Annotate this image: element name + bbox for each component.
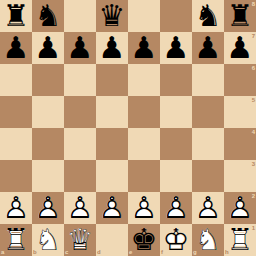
square-e1[interactable]: ♚e bbox=[128, 224, 160, 256]
square-e7[interactable]: ♟ bbox=[128, 32, 160, 64]
queen-glyph-outline: ♕ bbox=[64, 224, 96, 256]
square-e3[interactable] bbox=[128, 160, 160, 192]
square-h7[interactable]: ♟7 bbox=[224, 32, 256, 64]
pawn-glyph-outline: ♙ bbox=[0, 192, 32, 224]
piece-white-pawn[interactable]: ♟♙ bbox=[128, 192, 160, 224]
square-f2[interactable]: ♟♙ bbox=[160, 192, 192, 224]
square-g8[interactable]: ♞ bbox=[192, 0, 224, 32]
pawn-glyph: ♟ bbox=[96, 32, 128, 64]
square-c5[interactable] bbox=[64, 96, 96, 128]
square-a4[interactable] bbox=[0, 128, 32, 160]
square-f5[interactable] bbox=[160, 96, 192, 128]
pawn-glyph: ♟ bbox=[0, 32, 32, 64]
square-h3[interactable]: 3 bbox=[224, 160, 256, 192]
piece-black-pawn[interactable]: ♟ bbox=[128, 32, 160, 64]
piece-black-king[interactable]: ♚ bbox=[128, 224, 160, 256]
chess-board: ♜♞♛♞♜8♟♟♟♟♟♟♟♟76543♟♙♟♙♟♙♟♙♟♙♟♙♟♙♟♙2♜♖a♞… bbox=[0, 0, 256, 256]
knight-glyph-outline: ♘ bbox=[32, 224, 64, 256]
square-d5[interactable] bbox=[96, 96, 128, 128]
square-f1[interactable]: ♚♔f bbox=[160, 224, 192, 256]
pawn-glyph: ♟ bbox=[128, 32, 160, 64]
piece-black-rook[interactable]: ♜ bbox=[0, 0, 32, 32]
pawn-glyph-outline: ♙ bbox=[32, 192, 64, 224]
square-b2[interactable]: ♟♙ bbox=[32, 192, 64, 224]
square-h8[interactable]: ♜8 bbox=[224, 0, 256, 32]
square-b7[interactable]: ♟ bbox=[32, 32, 64, 64]
rank-coordinate-6: 6 bbox=[252, 65, 255, 71]
piece-white-pawn[interactable]: ♟♙ bbox=[32, 192, 64, 224]
knight-glyph-outline: ♘ bbox=[192, 224, 224, 256]
piece-white-knight[interactable]: ♞♘ bbox=[32, 224, 64, 256]
piece-white-pawn[interactable]: ♟♙ bbox=[224, 192, 256, 224]
piece-white-pawn[interactable]: ♟♙ bbox=[96, 192, 128, 224]
square-g6[interactable] bbox=[192, 64, 224, 96]
square-d2[interactable]: ♟♙ bbox=[96, 192, 128, 224]
piece-black-pawn[interactable]: ♟ bbox=[32, 32, 64, 64]
pawn-glyph-outline: ♙ bbox=[160, 192, 192, 224]
piece-white-rook[interactable]: ♜♖ bbox=[0, 224, 32, 256]
pawn-glyph: ♟ bbox=[224, 32, 256, 64]
pawn-glyph: ♟ bbox=[192, 32, 224, 64]
piece-white-pawn[interactable]: ♟♙ bbox=[192, 192, 224, 224]
square-d7[interactable]: ♟ bbox=[96, 32, 128, 64]
square-d1[interactable]: d bbox=[96, 224, 128, 256]
square-h5[interactable]: 5 bbox=[224, 96, 256, 128]
square-c1[interactable]: ♛♕c bbox=[64, 224, 96, 256]
king-glyph: ♚ bbox=[128, 224, 160, 256]
king-glyph-outline: ♔ bbox=[160, 224, 192, 256]
square-d4[interactable] bbox=[96, 128, 128, 160]
square-a8[interactable]: ♜ bbox=[0, 0, 32, 32]
square-g2[interactable]: ♟♙ bbox=[192, 192, 224, 224]
file-coordinate-d: d bbox=[97, 249, 101, 255]
pawn-glyph-outline: ♙ bbox=[96, 192, 128, 224]
square-g7[interactable]: ♟ bbox=[192, 32, 224, 64]
piece-black-pawn[interactable]: ♟ bbox=[160, 32, 192, 64]
rook-glyph-outline: ♖ bbox=[224, 224, 256, 256]
rook-glyph-outline: ♖ bbox=[0, 224, 32, 256]
square-a5[interactable] bbox=[0, 96, 32, 128]
square-c4[interactable] bbox=[64, 128, 96, 160]
pawn-glyph: ♟ bbox=[64, 32, 96, 64]
square-a6[interactable] bbox=[0, 64, 32, 96]
square-g1[interactable]: ♞♘g bbox=[192, 224, 224, 256]
piece-white-knight[interactable]: ♞♘ bbox=[192, 224, 224, 256]
square-e6[interactable] bbox=[128, 64, 160, 96]
piece-white-king[interactable]: ♚♔ bbox=[160, 224, 192, 256]
square-f7[interactable]: ♟ bbox=[160, 32, 192, 64]
square-b3[interactable] bbox=[32, 160, 64, 192]
square-h1[interactable]: ♜♖1h bbox=[224, 224, 256, 256]
pawn-glyph-outline: ♙ bbox=[64, 192, 96, 224]
square-c2[interactable]: ♟♙ bbox=[64, 192, 96, 224]
pawn-glyph-outline: ♙ bbox=[128, 192, 160, 224]
pawn-glyph-outline: ♙ bbox=[192, 192, 224, 224]
piece-black-knight[interactable]: ♞ bbox=[32, 0, 64, 32]
square-f6[interactable] bbox=[160, 64, 192, 96]
square-a3[interactable] bbox=[0, 160, 32, 192]
piece-black-queen[interactable]: ♛ bbox=[96, 0, 128, 32]
square-f4[interactable] bbox=[160, 128, 192, 160]
square-c7[interactable]: ♟ bbox=[64, 32, 96, 64]
piece-black-pawn[interactable]: ♟ bbox=[64, 32, 96, 64]
pawn-glyph: ♟ bbox=[160, 32, 192, 64]
square-e2[interactable]: ♟♙ bbox=[128, 192, 160, 224]
knight-glyph: ♞ bbox=[192, 0, 224, 32]
square-d6[interactable] bbox=[96, 64, 128, 96]
piece-black-knight[interactable]: ♞ bbox=[192, 0, 224, 32]
queen-glyph: ♛ bbox=[96, 0, 128, 32]
rank-coordinate-4: 4 bbox=[252, 129, 255, 135]
square-c3[interactable] bbox=[64, 160, 96, 192]
piece-black-pawn[interactable]: ♟ bbox=[224, 32, 256, 64]
square-e8[interactable] bbox=[128, 0, 160, 32]
square-a7[interactable]: ♟ bbox=[0, 32, 32, 64]
square-b4[interactable] bbox=[32, 128, 64, 160]
square-h4[interactable]: 4 bbox=[224, 128, 256, 160]
square-a2[interactable]: ♟♙ bbox=[0, 192, 32, 224]
piece-black-pawn[interactable]: ♟ bbox=[96, 32, 128, 64]
pawn-glyph-outline: ♙ bbox=[224, 192, 256, 224]
piece-white-rook[interactable]: ♜♖ bbox=[224, 224, 256, 256]
square-a1[interactable]: ♜♖a bbox=[0, 224, 32, 256]
square-b6[interactable] bbox=[32, 64, 64, 96]
knight-glyph: ♞ bbox=[32, 0, 64, 32]
square-g4[interactable] bbox=[192, 128, 224, 160]
rook-glyph: ♜ bbox=[224, 0, 256, 32]
square-f3[interactable] bbox=[160, 160, 192, 192]
piece-white-queen[interactable]: ♛♕ bbox=[64, 224, 96, 256]
piece-black-pawn[interactable]: ♟ bbox=[0, 32, 32, 64]
rank-coordinate-5: 5 bbox=[252, 97, 255, 103]
square-h2[interactable]: ♟♙2 bbox=[224, 192, 256, 224]
square-c6[interactable] bbox=[64, 64, 96, 96]
rook-glyph: ♜ bbox=[0, 0, 32, 32]
square-f8[interactable] bbox=[160, 0, 192, 32]
square-g3[interactable] bbox=[192, 160, 224, 192]
square-b5[interactable] bbox=[32, 96, 64, 128]
piece-white-pawn[interactable]: ♟♙ bbox=[160, 192, 192, 224]
square-g5[interactable] bbox=[192, 96, 224, 128]
square-c8[interactable] bbox=[64, 0, 96, 32]
square-d3[interactable] bbox=[96, 160, 128, 192]
square-h6[interactable]: 6 bbox=[224, 64, 256, 96]
square-e5[interactable] bbox=[128, 96, 160, 128]
square-e4[interactable] bbox=[128, 128, 160, 160]
piece-white-pawn[interactable]: ♟♙ bbox=[0, 192, 32, 224]
square-b8[interactable]: ♞ bbox=[32, 0, 64, 32]
square-b1[interactable]: ♞♘b bbox=[32, 224, 64, 256]
rank-coordinate-3: 3 bbox=[252, 161, 255, 167]
pawn-glyph: ♟ bbox=[32, 32, 64, 64]
square-d8[interactable]: ♛ bbox=[96, 0, 128, 32]
piece-white-pawn[interactable]: ♟♙ bbox=[64, 192, 96, 224]
piece-black-rook[interactable]: ♜ bbox=[224, 0, 256, 32]
piece-black-pawn[interactable]: ♟ bbox=[192, 32, 224, 64]
